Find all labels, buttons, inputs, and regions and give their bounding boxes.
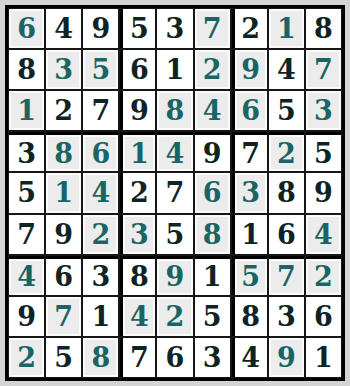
sudoku-cell-r1c1[interactable]: 6	[9, 9, 44, 48]
sudoku-cell-r6c3[interactable]: 2	[83, 215, 118, 254]
sudoku-cell-r1c3[interactable]: 9	[83, 9, 118, 48]
sudoku-cell-r8c3[interactable]: 1	[83, 297, 118, 336]
sudoku-cell-r3c1[interactable]: 1	[9, 91, 44, 130]
sudoku-cell-r5c1[interactable]: 5	[9, 173, 44, 212]
sudoku-cell-r7c2[interactable]: 6	[46, 256, 81, 295]
sudoku-cell-r3c9[interactable]: 3	[306, 91, 341, 130]
sudoku-cell-r8c7[interactable]: 8	[232, 297, 267, 336]
sudoku-cell-r7c3[interactable]: 3	[83, 256, 118, 295]
sudoku-cell-r5c4[interactable]: 2	[120, 173, 155, 212]
sudoku-cell-r9c6[interactable]: 3	[195, 338, 230, 377]
sudoku-cell-r4c3[interactable]: 6	[83, 132, 118, 171]
sudoku-cell-r6c5[interactable]: 5	[157, 215, 192, 254]
sudoku-cell-r3c7[interactable]: 6	[232, 91, 267, 130]
sudoku-cell-r5c2[interactable]: 1	[46, 173, 81, 212]
sudoku-cell-r4c2[interactable]: 8	[46, 132, 81, 171]
sudoku-cell-r2c3[interactable]: 5	[83, 50, 118, 89]
sudoku-cell-r1c8[interactable]: 1	[269, 9, 304, 48]
sudoku-cell-r2c8[interactable]: 4	[269, 50, 304, 89]
sudoku-cell-r3c4[interactable]: 9	[120, 91, 155, 130]
sudoku-cell-r3c6[interactable]: 4	[195, 91, 230, 130]
sudoku-cell-r9c2[interactable]: 5	[46, 338, 81, 377]
sudoku-cell-r5c7[interactable]: 3	[232, 173, 267, 212]
sudoku-cell-r5c6[interactable]: 6	[195, 173, 230, 212]
sudoku-cell-r6c2[interactable]: 9	[46, 215, 81, 254]
sudoku-cell-r5c5[interactable]: 7	[157, 173, 192, 212]
sudoku-cell-r9c5[interactable]: 6	[157, 338, 192, 377]
sudoku-cell-r7c6[interactable]: 1	[195, 256, 230, 295]
sudoku-cell-r5c9[interactable]: 9	[306, 173, 341, 212]
sudoku-cell-r4c5[interactable]: 4	[157, 132, 192, 171]
sudoku-cell-r2c1[interactable]: 8	[9, 50, 44, 89]
sudoku-cell-r4c9[interactable]: 5	[306, 132, 341, 171]
sudoku-cell-r4c8[interactable]: 2	[269, 132, 304, 171]
sudoku-cell-r9c1[interactable]: 2	[9, 338, 44, 377]
sudoku-cell-r6c7[interactable]: 1	[232, 215, 267, 254]
sudoku-cell-r5c8[interactable]: 8	[269, 173, 304, 212]
sudoku-cell-r4c4[interactable]: 1	[120, 132, 155, 171]
sudoku-cell-r1c6[interactable]: 7	[195, 9, 230, 48]
sudoku-cell-r8c9[interactable]: 6	[306, 297, 341, 336]
sudoku-cell-r1c4[interactable]: 5	[120, 9, 155, 48]
sudoku-cell-r1c5[interactable]: 3	[157, 9, 192, 48]
sudoku-cell-r2c7[interactable]: 9	[232, 50, 267, 89]
sudoku-board: 6495372188356129471279846533861497255142…	[5, 5, 345, 381]
sudoku-cell-r6c9[interactable]: 4	[306, 215, 341, 254]
sudoku-cell-r7c4[interactable]: 8	[120, 256, 155, 295]
sudoku-cell-r9c8[interactable]: 9	[269, 338, 304, 377]
sudoku-cell-r8c6[interactable]: 5	[195, 297, 230, 336]
sudoku-cell-r1c2[interactable]: 4	[46, 9, 81, 48]
sudoku-cell-r2c6[interactable]: 2	[195, 50, 230, 89]
sudoku-cell-r7c1[interactable]: 4	[9, 256, 44, 295]
sudoku-cell-r4c1[interactable]: 3	[9, 132, 44, 171]
sudoku-cell-r4c7[interactable]: 7	[232, 132, 267, 171]
sudoku-cell-r2c5[interactable]: 1	[157, 50, 192, 89]
sudoku-cell-r2c9[interactable]: 7	[306, 50, 341, 89]
sudoku-cell-r3c8[interactable]: 5	[269, 91, 304, 130]
sudoku-cell-r8c4[interactable]: 4	[120, 297, 155, 336]
sudoku-cell-r9c3[interactable]: 8	[83, 338, 118, 377]
sudoku-cell-r7c7[interactable]: 5	[232, 256, 267, 295]
sudoku-cell-r2c4[interactable]: 6	[120, 50, 155, 89]
sudoku-cell-r4c6[interactable]: 9	[195, 132, 230, 171]
sudoku-cell-r7c5[interactable]: 9	[157, 256, 192, 295]
sudoku-cell-r6c4[interactable]: 3	[120, 215, 155, 254]
sudoku-cell-r9c4[interactable]: 7	[120, 338, 155, 377]
sudoku-cell-r1c7[interactable]: 2	[232, 9, 267, 48]
sudoku-cell-r5c3[interactable]: 4	[83, 173, 118, 212]
sudoku-cell-r2c2[interactable]: 3	[46, 50, 81, 89]
sudoku-cell-r3c5[interactable]: 8	[157, 91, 192, 130]
sudoku-cell-r9c9[interactable]: 1	[306, 338, 341, 377]
sudoku-cell-r9c7[interactable]: 4	[232, 338, 267, 377]
sudoku-cell-r3c3[interactable]: 7	[83, 91, 118, 130]
sudoku-cell-r6c8[interactable]: 6	[269, 215, 304, 254]
sudoku-cell-r1c9[interactable]: 8	[306, 9, 341, 48]
sudoku-cell-r8c8[interactable]: 3	[269, 297, 304, 336]
sudoku-cell-r7c8[interactable]: 7	[269, 256, 304, 295]
sudoku-cell-r3c2[interactable]: 2	[46, 91, 81, 130]
sudoku-cell-r8c1[interactable]: 9	[9, 297, 44, 336]
sudoku-cell-r8c2[interactable]: 7	[46, 297, 81, 336]
sudoku-cell-r7c9[interactable]: 2	[306, 256, 341, 295]
sudoku-cell-r6c6[interactable]: 8	[195, 215, 230, 254]
sudoku-cell-r8c5[interactable]: 2	[157, 297, 192, 336]
sudoku-cell-r6c1[interactable]: 7	[9, 215, 44, 254]
